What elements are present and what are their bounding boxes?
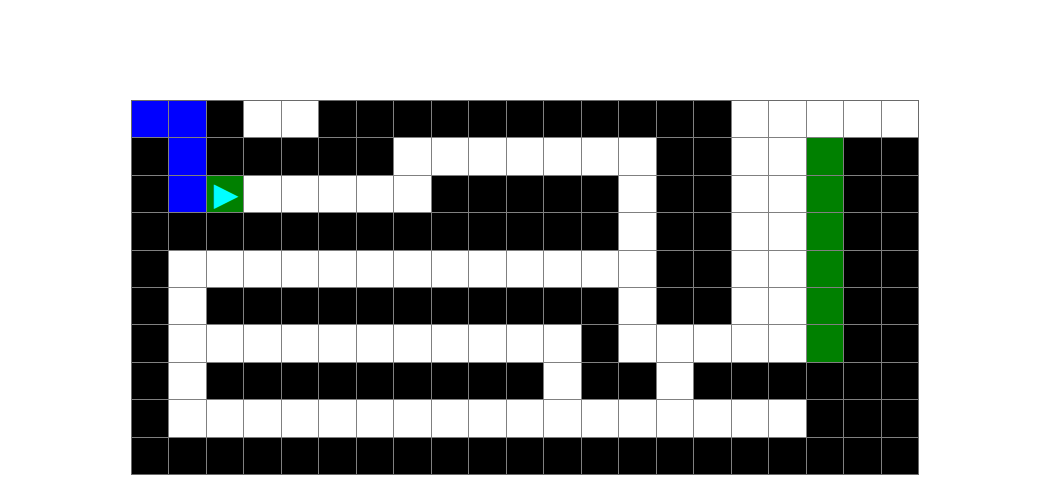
wall-cell-r6c20 [882, 325, 918, 361]
wall-cell-r2c19 [844, 176, 880, 212]
player-arrow-right-icon: ▶ [214, 178, 239, 210]
wall-cell-r7c7 [394, 363, 430, 399]
open-cell-r8c17 [769, 400, 805, 436]
wall-cell-r1c3 [244, 138, 280, 174]
open-cell-r8c2 [207, 400, 243, 436]
wall-cell-r3c1 [169, 213, 205, 249]
wall-cell-r2c8 [432, 176, 468, 212]
wall-cell-r9c5 [319, 438, 355, 474]
open-cell-r0c4 [282, 101, 318, 137]
open-cell-r8c14 [657, 400, 693, 436]
open-cell-r1c9 [469, 138, 505, 174]
wall-cell-r9c0 [132, 438, 168, 474]
wall-cell-r5c11 [544, 288, 580, 324]
wall-cell-r1c2 [207, 138, 243, 174]
wall-cell-r8c0 [132, 400, 168, 436]
wall-cell-r7c6 [357, 363, 393, 399]
wall-cell-r7c4 [282, 363, 318, 399]
open-cell-r6c14 [657, 325, 693, 361]
wall-cell-r7c17 [769, 363, 805, 399]
open-cell-r4c6 [357, 251, 393, 287]
wall-cell-r7c12 [582, 363, 618, 399]
wall-cell-r2c15 [694, 176, 730, 212]
open-cell-r1c13 [619, 138, 655, 174]
wall-cell-r3c15 [694, 213, 730, 249]
open-cell-r4c2 [207, 251, 243, 287]
open-cell-r4c9 [469, 251, 505, 287]
wall-cell-r9c14 [657, 438, 693, 474]
open-cell-r4c1 [169, 251, 205, 287]
wall-cell-r7c5 [319, 363, 355, 399]
open-cell-r4c8 [432, 251, 468, 287]
wall-cell-r9c8 [432, 438, 468, 474]
open-cell-r4c11 [544, 251, 580, 287]
open-cell-r0c16 [732, 101, 768, 137]
trail-cell-r0c0 [132, 101, 168, 137]
wall-cell-r9c18 [807, 438, 843, 474]
open-cell-r2c16 [732, 176, 768, 212]
wall-cell-r5c5 [319, 288, 355, 324]
open-cell-r8c6 [357, 400, 393, 436]
open-cell-r2c4 [282, 176, 318, 212]
wall-cell-r9c20 [882, 438, 918, 474]
wall-cell-r0c2 [207, 101, 243, 137]
wall-cell-r1c6 [357, 138, 393, 174]
open-cell-r4c12 [582, 251, 618, 287]
wall-cell-r1c19 [844, 138, 880, 174]
open-cell-r6c3 [244, 325, 280, 361]
open-cell-r6c15 [694, 325, 730, 361]
wall-cell-r0c14 [657, 101, 693, 137]
wall-cell-r7c20 [882, 363, 918, 399]
open-cell-r3c16 [732, 213, 768, 249]
open-cell-r8c12 [582, 400, 618, 436]
open-cell-r4c10 [507, 251, 543, 287]
wall-cell-r3c9 [469, 213, 505, 249]
wall-cell-r9c10 [507, 438, 543, 474]
wall-cell-r8c19 [844, 400, 880, 436]
open-cell-r6c5 [319, 325, 355, 361]
trail-cell-r0c1 [169, 101, 205, 137]
trail-cell-r2c1 [169, 176, 205, 212]
open-cell-r2c5 [319, 176, 355, 212]
wall-cell-r0c5 [319, 101, 355, 137]
wall-cell-r9c2 [207, 438, 243, 474]
open-cell-r1c17 [769, 138, 805, 174]
wall-cell-r3c2 [207, 213, 243, 249]
open-cell-r8c8 [432, 400, 468, 436]
wall-cell-r4c15 [694, 251, 730, 287]
open-cell-r4c16 [732, 251, 768, 287]
wall-cell-r3c8 [432, 213, 468, 249]
wall-cell-r4c19 [844, 251, 880, 287]
wall-cell-r2c14 [657, 176, 693, 212]
wall-cell-r3c10 [507, 213, 543, 249]
wall-cell-r3c3 [244, 213, 280, 249]
open-cell-r5c1 [169, 288, 205, 324]
wall-cell-r6c19 [844, 325, 880, 361]
open-cell-r8c3 [244, 400, 280, 436]
wall-cell-r9c13 [619, 438, 655, 474]
wall-cell-r2c20 [882, 176, 918, 212]
wall-cell-r4c14 [657, 251, 693, 287]
wall-cell-r5c10 [507, 288, 543, 324]
goal-cell-r1c18 [807, 138, 843, 174]
wall-cell-r7c15 [694, 363, 730, 399]
wall-cell-r0c9 [469, 101, 505, 137]
open-cell-r0c3 [244, 101, 280, 137]
open-cell-r3c17 [769, 213, 805, 249]
wall-cell-r7c2 [207, 363, 243, 399]
wall-cell-r5c9 [469, 288, 505, 324]
open-cell-r8c1 [169, 400, 205, 436]
open-cell-r1c8 [432, 138, 468, 174]
open-cell-r8c16 [732, 400, 768, 436]
wall-cell-r9c9 [469, 438, 505, 474]
open-cell-r2c7 [394, 176, 430, 212]
open-cell-r1c16 [732, 138, 768, 174]
open-cell-r6c8 [432, 325, 468, 361]
wall-cell-r7c16 [732, 363, 768, 399]
open-cell-r2c17 [769, 176, 805, 212]
wall-cell-r2c0 [132, 176, 168, 212]
open-cell-r5c13 [619, 288, 655, 324]
open-cell-r6c7 [394, 325, 430, 361]
open-cell-r4c3 [244, 251, 280, 287]
trail-cell-r1c1 [169, 138, 205, 174]
wall-cell-r1c0 [132, 138, 168, 174]
open-cell-r2c3 [244, 176, 280, 212]
open-cell-r4c4 [282, 251, 318, 287]
open-cell-r7c14 [657, 363, 693, 399]
open-cell-r2c13 [619, 176, 655, 212]
wall-cell-r0c15 [694, 101, 730, 137]
open-cell-r0c19 [844, 101, 880, 137]
open-cell-r4c7 [394, 251, 430, 287]
open-cell-r6c6 [357, 325, 393, 361]
wall-cell-r0c8 [432, 101, 468, 137]
open-cell-r4c5 [319, 251, 355, 287]
goal-cell-r5c18 [807, 288, 843, 324]
wall-cell-r6c12 [582, 325, 618, 361]
wall-cell-r9c11 [544, 438, 580, 474]
wall-cell-r0c6 [357, 101, 393, 137]
wall-cell-r5c19 [844, 288, 880, 324]
wall-cell-r1c15 [694, 138, 730, 174]
open-cell-r8c5 [319, 400, 355, 436]
open-cell-r6c16 [732, 325, 768, 361]
wall-cell-r3c19 [844, 213, 880, 249]
wall-cell-r7c3 [244, 363, 280, 399]
open-cell-r1c12 [582, 138, 618, 174]
wall-cell-r0c10 [507, 101, 543, 137]
wall-cell-r9c7 [394, 438, 430, 474]
wall-cell-r7c19 [844, 363, 880, 399]
wall-cell-r7c10 [507, 363, 543, 399]
page: ▶ [0, 0, 1050, 500]
open-cell-r6c11 [544, 325, 580, 361]
open-cell-r7c1 [169, 363, 205, 399]
open-cell-r8c15 [694, 400, 730, 436]
open-cell-r3c13 [619, 213, 655, 249]
wall-cell-r5c8 [432, 288, 468, 324]
open-cell-r8c13 [619, 400, 655, 436]
wall-cell-r9c6 [357, 438, 393, 474]
open-cell-r8c11 [544, 400, 580, 436]
open-cell-r1c7 [394, 138, 430, 174]
wall-cell-r0c12 [582, 101, 618, 137]
open-cell-r1c10 [507, 138, 543, 174]
open-cell-r2c6 [357, 176, 393, 212]
open-cell-r0c20 [882, 101, 918, 137]
open-cell-r6c10 [507, 325, 543, 361]
wall-cell-r3c11 [544, 213, 580, 249]
wall-cell-r3c20 [882, 213, 918, 249]
wall-cell-r3c14 [657, 213, 693, 249]
open-cell-r4c13 [619, 251, 655, 287]
open-cell-r7c11 [544, 363, 580, 399]
wall-cell-r7c18 [807, 363, 843, 399]
wall-cell-r5c3 [244, 288, 280, 324]
open-cell-r8c4 [282, 400, 318, 436]
wall-cell-r7c0 [132, 363, 168, 399]
wall-cell-r6c0 [132, 325, 168, 361]
wall-cell-r9c1 [169, 438, 205, 474]
wall-cell-r9c3 [244, 438, 280, 474]
wall-cell-r7c8 [432, 363, 468, 399]
wall-cell-r7c9 [469, 363, 505, 399]
wall-cell-r0c13 [619, 101, 655, 137]
open-cell-r0c18 [807, 101, 843, 137]
wall-cell-r5c0 [132, 288, 168, 324]
wall-cell-r9c4 [282, 438, 318, 474]
open-cell-r6c17 [769, 325, 805, 361]
open-cell-r0c17 [769, 101, 805, 137]
wall-cell-r9c17 [769, 438, 805, 474]
open-cell-r6c13 [619, 325, 655, 361]
wall-cell-r2c9 [469, 176, 505, 212]
maze-board: ▶ [131, 100, 919, 475]
wall-cell-r0c7 [394, 101, 430, 137]
wall-cell-r8c20 [882, 400, 918, 436]
player-cell-r2c2: ▶ [207, 176, 243, 212]
open-cell-r8c9 [469, 400, 505, 436]
open-cell-r8c7 [394, 400, 430, 436]
wall-cell-r9c12 [582, 438, 618, 474]
wall-cell-r5c4 [282, 288, 318, 324]
open-cell-r1c11 [544, 138, 580, 174]
wall-cell-r1c20 [882, 138, 918, 174]
wall-cell-r3c4 [282, 213, 318, 249]
open-cell-r6c1 [169, 325, 205, 361]
open-cell-r4c17 [769, 251, 805, 287]
goal-cell-r3c18 [807, 213, 843, 249]
wall-cell-r9c19 [844, 438, 880, 474]
open-cell-r5c17 [769, 288, 805, 324]
wall-cell-r3c5 [319, 213, 355, 249]
goal-cell-r6c18 [807, 325, 843, 361]
wall-cell-r1c5 [319, 138, 355, 174]
open-cell-r5c16 [732, 288, 768, 324]
wall-cell-r5c14 [657, 288, 693, 324]
wall-cell-r1c4 [282, 138, 318, 174]
wall-cell-r5c7 [394, 288, 430, 324]
wall-cell-r5c12 [582, 288, 618, 324]
wall-cell-r8c18 [807, 400, 843, 436]
wall-cell-r5c6 [357, 288, 393, 324]
wall-cell-r0c11 [544, 101, 580, 137]
wall-cell-r9c16 [732, 438, 768, 474]
wall-cell-r3c7 [394, 213, 430, 249]
open-cell-r6c9 [469, 325, 505, 361]
wall-cell-r9c15 [694, 438, 730, 474]
wall-cell-r5c15 [694, 288, 730, 324]
goal-cell-r4c18 [807, 251, 843, 287]
wall-cell-r5c2 [207, 288, 243, 324]
wall-cell-r3c12 [582, 213, 618, 249]
wall-cell-r5c20 [882, 288, 918, 324]
wall-cell-r3c6 [357, 213, 393, 249]
wall-cell-r4c0 [132, 251, 168, 287]
wall-cell-r2c10 [507, 176, 543, 212]
wall-cell-r7c13 [619, 363, 655, 399]
wall-cell-r1c14 [657, 138, 693, 174]
wall-cell-r2c11 [544, 176, 580, 212]
open-cell-r8c10 [507, 400, 543, 436]
wall-cell-r3c0 [132, 213, 168, 249]
open-cell-r6c2 [207, 325, 243, 361]
goal-cell-r2c18 [807, 176, 843, 212]
wall-cell-r2c12 [582, 176, 618, 212]
open-cell-r6c4 [282, 325, 318, 361]
wall-cell-r4c20 [882, 251, 918, 287]
